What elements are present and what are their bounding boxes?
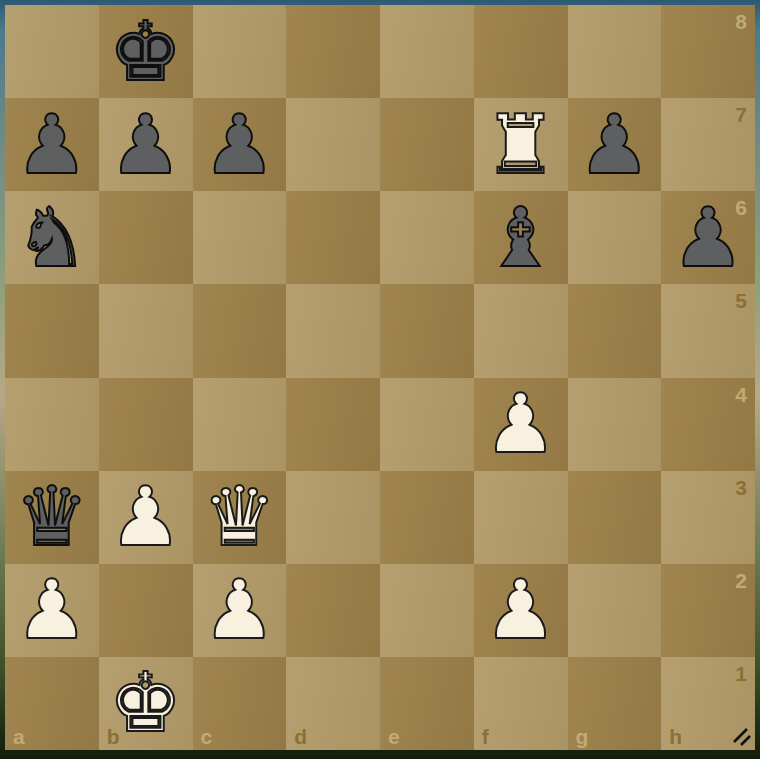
- square-a2[interactable]: ♟: [5, 564, 99, 657]
- square-c2[interactable]: ♟: [193, 564, 287, 657]
- black-bishop[interactable]: ♝: [484, 197, 558, 279]
- square-f4[interactable]: ♟: [474, 378, 568, 471]
- square-e2[interactable]: [380, 564, 474, 657]
- square-g4[interactable]: [568, 378, 662, 471]
- square-c7[interactable]: ♟: [193, 98, 287, 191]
- square-h2[interactable]: 2: [661, 564, 755, 657]
- square-e8[interactable]: [380, 5, 474, 98]
- file-label-a: a: [13, 726, 25, 747]
- square-a8[interactable]: [5, 5, 99, 98]
- square-h4[interactable]: 4: [661, 378, 755, 471]
- black-queen[interactable]: ♛: [15, 476, 89, 558]
- black-pawn[interactable]: ♟: [203, 104, 277, 186]
- square-d2[interactable]: [286, 564, 380, 657]
- square-g5[interactable]: [568, 284, 662, 377]
- square-a6[interactable]: ♞: [5, 191, 99, 284]
- square-e5[interactable]: [380, 284, 474, 377]
- black-knight[interactable]: ♞: [15, 197, 89, 279]
- square-h8[interactable]: 8: [661, 5, 755, 98]
- square-c1[interactable]: c: [193, 657, 287, 750]
- square-e6[interactable]: [380, 191, 474, 284]
- square-b7[interactable]: ♟: [99, 98, 193, 191]
- file-label-f: f: [482, 726, 489, 747]
- square-b3[interactable]: ♟: [99, 471, 193, 564]
- rank-label-5: 5: [735, 290, 747, 311]
- white-pawn[interactable]: ♟: [484, 383, 558, 465]
- square-c8[interactable]: [193, 5, 287, 98]
- app-background: { "game": "chess", "position": "1k6/ppp2…: [0, 0, 760, 759]
- white-queen[interactable]: ♛: [203, 476, 277, 558]
- black-pawn[interactable]: ♟: [671, 197, 745, 279]
- square-a1[interactable]: a: [5, 657, 99, 750]
- square-h7[interactable]: 7: [661, 98, 755, 191]
- square-e1[interactable]: e: [380, 657, 474, 750]
- white-pawn[interactable]: ♟: [15, 569, 89, 651]
- square-h1[interactable]: 1h: [661, 657, 755, 750]
- resize-handle-icon[interactable]: [730, 725, 752, 747]
- square-d4[interactable]: [286, 378, 380, 471]
- black-pawn[interactable]: ♟: [109, 104, 183, 186]
- black-pawn[interactable]: ♟: [578, 104, 652, 186]
- square-f2[interactable]: ♟: [474, 564, 568, 657]
- square-d5[interactable]: [286, 284, 380, 377]
- square-c5[interactable]: [193, 284, 287, 377]
- square-h5[interactable]: 5: [661, 284, 755, 377]
- square-c6[interactable]: [193, 191, 287, 284]
- white-king[interactable]: ♚: [109, 662, 183, 744]
- rank-label-8: 8: [735, 11, 747, 32]
- square-g3[interactable]: [568, 471, 662, 564]
- square-g6[interactable]: [568, 191, 662, 284]
- square-f5[interactable]: [474, 284, 568, 377]
- square-d3[interactable]: [286, 471, 380, 564]
- square-f6[interactable]: ♝: [474, 191, 568, 284]
- square-d1[interactable]: d: [286, 657, 380, 750]
- square-e7[interactable]: [380, 98, 474, 191]
- square-g2[interactable]: [568, 564, 662, 657]
- file-label-e: e: [388, 726, 400, 747]
- chess-board: ♚8♟♟♟♜♟7♞♝6♟5♟4♛♟♛3♟♟♟2ab♚cdefg1h: [5, 5, 755, 750]
- square-a4[interactable]: [5, 378, 99, 471]
- file-label-d: d: [294, 726, 307, 747]
- square-f3[interactable]: [474, 471, 568, 564]
- black-king[interactable]: ♚: [109, 11, 183, 93]
- square-b2[interactable]: [99, 564, 193, 657]
- square-h6[interactable]: 6♟: [661, 191, 755, 284]
- white-rook[interactable]: ♜: [484, 104, 558, 186]
- square-f7[interactable]: ♜: [474, 98, 568, 191]
- square-g8[interactable]: [568, 5, 662, 98]
- square-g7[interactable]: ♟: [568, 98, 662, 191]
- rank-label-7: 7: [735, 104, 747, 125]
- square-d7[interactable]: [286, 98, 380, 191]
- square-d6[interactable]: [286, 191, 380, 284]
- square-b8[interactable]: ♚: [99, 5, 193, 98]
- square-b4[interactable]: [99, 378, 193, 471]
- square-e3[interactable]: [380, 471, 474, 564]
- square-a7[interactable]: ♟: [5, 98, 99, 191]
- square-f8[interactable]: [474, 5, 568, 98]
- rank-label-2: 2: [735, 570, 747, 591]
- white-pawn[interactable]: ♟: [203, 569, 277, 651]
- square-b6[interactable]: [99, 191, 193, 284]
- square-c4[interactable]: [193, 378, 287, 471]
- square-e4[interactable]: [380, 378, 474, 471]
- rank-label-3: 3: [735, 477, 747, 498]
- square-c3[interactable]: ♛: [193, 471, 287, 564]
- square-b5[interactable]: [99, 284, 193, 377]
- square-d8[interactable]: [286, 5, 380, 98]
- black-pawn[interactable]: ♟: [15, 104, 89, 186]
- square-h3[interactable]: 3: [661, 471, 755, 564]
- square-g1[interactable]: g: [568, 657, 662, 750]
- file-label-c: c: [201, 726, 213, 747]
- square-f1[interactable]: f: [474, 657, 568, 750]
- white-pawn[interactable]: ♟: [109, 476, 183, 558]
- rank-label-1: 1: [735, 663, 747, 684]
- square-a5[interactable]: [5, 284, 99, 377]
- square-b1[interactable]: b♚: [99, 657, 193, 750]
- file-label-h: h: [669, 726, 682, 747]
- file-label-g: g: [576, 726, 589, 747]
- square-a3[interactable]: ♛: [5, 471, 99, 564]
- white-pawn[interactable]: ♟: [484, 569, 558, 651]
- rank-label-4: 4: [735, 384, 747, 405]
